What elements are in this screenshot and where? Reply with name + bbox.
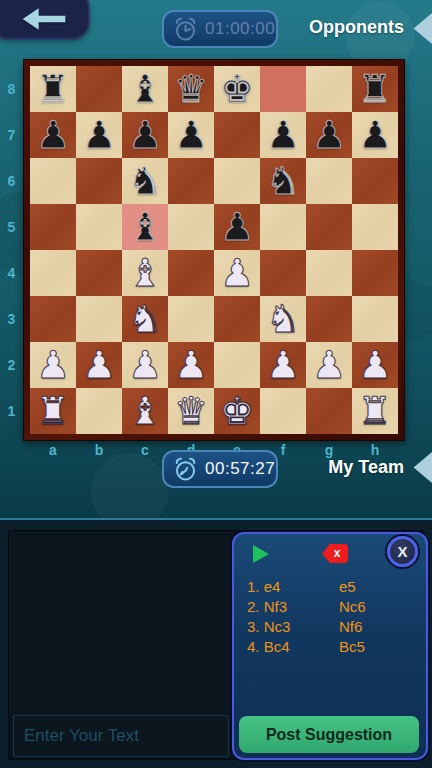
rank-label-5: 5 [0, 204, 23, 250]
square-e6[interactable] [214, 158, 260, 204]
piece-black-knight[interactable]: ♞ [128, 158, 162, 204]
square-g2[interactable]: ♟ [306, 342, 352, 388]
board-frame: ♜♝♛♚♜♟♟♟♟♟♟♟♞♞♝♟♝♟♞♞♟♟♟♟♟♟♟♜♝♛♚♜ [23, 59, 405, 441]
square-c1[interactable]: ♝ [122, 388, 168, 434]
square-f4[interactable] [260, 250, 306, 296]
piece-white-rook[interactable]: ♜ [358, 388, 392, 434]
rank-label-4: 4 [0, 250, 23, 296]
square-a7[interactable]: ♟ [30, 112, 76, 158]
square-b6[interactable] [76, 158, 122, 204]
square-d2[interactable]: ♟ [168, 342, 214, 388]
square-c5[interactable]: ♝ [122, 204, 168, 250]
square-c6[interactable]: ♞ [122, 158, 168, 204]
square-g4[interactable] [306, 250, 352, 296]
rank-label-8: 8 [0, 66, 23, 112]
piece-white-pawn[interactable]: ♟ [266, 342, 300, 388]
square-e3[interactable] [214, 296, 260, 342]
square-g6[interactable] [306, 158, 352, 204]
piece-white-knight[interactable]: ♞ [128, 296, 162, 342]
square-g7[interactable]: ♟ [306, 112, 352, 158]
square-h6[interactable] [352, 158, 398, 204]
piece-white-king[interactable]: ♚ [220, 388, 254, 434]
opponents-label: Opponents [309, 17, 404, 38]
close-x-glyph: X [397, 543, 407, 560]
white-move: 3. Nc3 [247, 618, 339, 635]
square-a8[interactable]: ♜ [30, 66, 76, 112]
square-d8[interactable]: ♛ [168, 66, 214, 112]
reject-x-glyph: x [330, 544, 341, 563]
piece-black-pawn[interactable]: ♟ [358, 112, 392, 158]
piece-white-queen[interactable]: ♛ [174, 388, 208, 434]
square-f3[interactable]: ♞ [260, 296, 306, 342]
square-h5[interactable] [352, 204, 398, 250]
rank-label-1: 1 [0, 388, 23, 434]
rank-label-6: 6 [0, 158, 23, 204]
piece-white-pawn[interactable]: ♟ [174, 342, 208, 388]
move-row: 1. e4e5 [247, 576, 366, 596]
piece-black-pawn[interactable]: ♟ [82, 112, 116, 158]
rank-label-3: 3 [0, 296, 23, 342]
piece-white-bishop[interactable]: ♝ [128, 250, 162, 296]
post-suggestion-button[interactable]: Post Suggestion [239, 716, 419, 753]
square-d7[interactable]: ♟ [168, 112, 214, 158]
square-c3[interactable]: ♞ [122, 296, 168, 342]
file-label-b: b [76, 442, 122, 460]
square-b5[interactable] [76, 204, 122, 250]
square-a2[interactable]: ♟ [30, 342, 76, 388]
square-a6[interactable] [30, 158, 76, 204]
my-team-label: My Team [328, 457, 404, 478]
square-c8[interactable]: ♝ [122, 66, 168, 112]
square-h2[interactable]: ♟ [352, 342, 398, 388]
square-f7[interactable]: ♟ [260, 112, 306, 158]
chat-input[interactable] [13, 715, 229, 757]
rank-label-2: 2 [0, 342, 23, 388]
piece-black-pawn[interactable]: ♟ [174, 112, 208, 158]
white-move: 4. Bc4 [247, 638, 339, 655]
square-e4[interactable]: ♟ [214, 250, 260, 296]
square-c4[interactable]: ♝ [122, 250, 168, 296]
move-list: 1. e4e52. Nf3Nc63. Nc3Nf64. Bc4Bc5 [247, 576, 366, 656]
white-move: 2. Nf3 [247, 598, 339, 615]
back-arrow-icon [18, 7, 70, 31]
square-a1[interactable]: ♜ [30, 388, 76, 434]
piece-black-rook[interactable]: ♜ [358, 66, 392, 112]
square-d4[interactable] [168, 250, 214, 296]
alarm-clock-icon [172, 456, 199, 483]
file-label-a: a [30, 442, 76, 460]
game-area: 01:00:00 Opponents 87654321 ♜♝♛♚♜♟♟♟♟♟♟♟… [0, 0, 432, 518]
piece-white-pawn[interactable]: ♟ [36, 342, 70, 388]
square-d5[interactable] [168, 204, 214, 250]
square-h7[interactable]: ♟ [352, 112, 398, 158]
my-team-arrow-icon[interactable] [412, 452, 432, 483]
square-e8[interactable]: ♚ [214, 66, 260, 112]
square-b4[interactable] [76, 250, 122, 296]
square-b8[interactable] [76, 66, 122, 112]
chess-app: 01:00:00 Opponents 87654321 ♜♝♛♚♜♟♟♟♟♟♟♟… [0, 0, 432, 768]
square-h3[interactable] [352, 296, 398, 342]
piece-white-pawn[interactable]: ♟ [82, 342, 116, 388]
square-a4[interactable] [30, 250, 76, 296]
square-b3[interactable] [76, 296, 122, 342]
file-label-c: c [122, 442, 168, 460]
square-c7[interactable]: ♟ [122, 112, 168, 158]
piece-white-pawn[interactable]: ♟ [128, 342, 162, 388]
square-h8[interactable]: ♜ [352, 66, 398, 112]
reject-icon[interactable]: x [322, 544, 348, 563]
move-row: 2. Nf3Nc6 [247, 596, 366, 616]
rank-label-7: 7 [0, 112, 23, 158]
square-a3[interactable] [30, 296, 76, 342]
piece-black-pawn[interactable]: ♟ [266, 112, 300, 158]
square-g3[interactable] [306, 296, 352, 342]
square-d3[interactable] [168, 296, 214, 342]
chess-board[interactable]: ♜♝♛♚♜♟♟♟♟♟♟♟♞♞♝♟♝♟♞♞♟♟♟♟♟♟♟♜♝♛♚♜ [30, 66, 398, 434]
square-e2[interactable] [214, 342, 260, 388]
piece-black-knight[interactable]: ♞ [266, 158, 300, 204]
square-e7[interactable] [214, 112, 260, 158]
piece-black-king[interactable]: ♚ [220, 66, 254, 112]
piece-black-queen[interactable]: ♛ [174, 66, 208, 112]
alarm-clock-icon [172, 16, 199, 43]
black-move: Bc5 [339, 638, 365, 655]
piece-white-pawn[interactable]: ♟ [358, 342, 392, 388]
piece-black-pawn[interactable]: ♟ [220, 204, 254, 250]
close-icon[interactable]: X [387, 536, 418, 567]
black-move: Nc6 [339, 598, 366, 615]
square-f5[interactable] [260, 204, 306, 250]
square-e1[interactable]: ♚ [214, 388, 260, 434]
back-button[interactable] [0, 0, 90, 40]
piece-black-pawn[interactable]: ♟ [36, 112, 70, 158]
square-f6[interactable]: ♞ [260, 158, 306, 204]
piece-white-rook[interactable]: ♜ [36, 388, 70, 434]
square-b7[interactable]: ♟ [76, 112, 122, 158]
piece-black-rook[interactable]: ♜ [36, 66, 70, 112]
square-d6[interactable] [168, 158, 214, 204]
rank-labels: 87654321 [0, 66, 23, 434]
opponents-arrow-icon[interactable] [412, 13, 432, 44]
black-move: e5 [339, 578, 356, 595]
move-row: 4. Bc4Bc5 [247, 636, 366, 656]
square-h4[interactable] [352, 250, 398, 296]
piece-white-knight[interactable]: ♞ [266, 296, 300, 342]
opponents-timer: 01:00:00 [162, 10, 278, 48]
play-icon[interactable] [253, 545, 269, 563]
square-g1[interactable] [306, 388, 352, 434]
piece-black-bishop[interactable]: ♝ [128, 204, 162, 250]
my-team-timer: 00:57:27 [162, 450, 278, 488]
square-f1[interactable] [260, 388, 306, 434]
opponents-timer-text: 01:00:00 [205, 19, 275, 39]
piece-white-bishop[interactable]: ♝ [128, 388, 162, 434]
square-b2[interactable]: ♟ [76, 342, 122, 388]
piece-black-pawn[interactable]: ♟ [312, 112, 346, 158]
piece-black-pawn[interactable]: ♟ [128, 112, 162, 158]
piece-white-pawn[interactable]: ♟ [312, 342, 346, 388]
square-f8[interactable] [260, 66, 306, 112]
square-g5[interactable] [306, 204, 352, 250]
square-g8[interactable] [306, 66, 352, 112]
black-move: Nf6 [339, 618, 362, 635]
square-a5[interactable] [30, 204, 76, 250]
square-f2[interactable]: ♟ [260, 342, 306, 388]
piece-black-bishop[interactable]: ♝ [128, 66, 162, 112]
square-h1[interactable]: ♜ [352, 388, 398, 434]
chat-section: x X 1. e4e52. Nf3Nc63. Nc3Nf64. Bc4Bc5 P… [0, 518, 432, 768]
square-d1[interactable]: ♛ [168, 388, 214, 434]
move-row: 3. Nc3Nf6 [247, 616, 366, 636]
suggestion-panel: x X 1. e4e52. Nf3Nc63. Nc3Nf64. Bc4Bc5 P… [232, 532, 428, 760]
square-c2[interactable]: ♟ [122, 342, 168, 388]
square-e5[interactable]: ♟ [214, 204, 260, 250]
white-move: 1. e4 [247, 578, 339, 595]
my-team-timer-text: 00:57:27 [205, 459, 275, 479]
square-b1[interactable] [76, 388, 122, 434]
piece-white-pawn[interactable]: ♟ [220, 250, 254, 296]
